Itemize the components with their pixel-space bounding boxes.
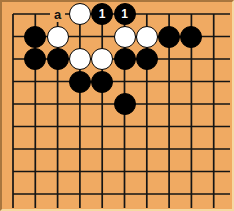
black-stone xyxy=(114,48,136,70)
move-number: 1 xyxy=(99,8,106,20)
black-stone xyxy=(158,26,180,48)
black-stone xyxy=(91,71,113,93)
white-stone xyxy=(47,26,69,48)
black-stone xyxy=(136,48,158,70)
white-stone xyxy=(114,26,136,48)
black-stone xyxy=(69,71,91,93)
white-stone xyxy=(136,26,158,48)
black-stone xyxy=(24,26,46,48)
white-stone xyxy=(69,3,91,25)
black-stone-move-1: 1 xyxy=(114,3,136,25)
move-number: 1 xyxy=(121,8,128,20)
black-stone xyxy=(47,48,69,70)
go-board: a11 xyxy=(0,0,234,211)
black-stone xyxy=(180,26,202,48)
white-stone xyxy=(69,48,91,70)
point-label-a: a xyxy=(50,7,65,22)
black-stone xyxy=(114,93,136,115)
